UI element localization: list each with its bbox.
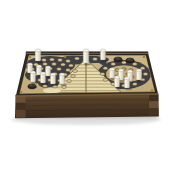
board-hole xyxy=(57,68,62,71)
board-hole xyxy=(100,73,105,76)
board-hole xyxy=(143,73,148,76)
brass-pin xyxy=(64,56,66,58)
brass-pin xyxy=(29,56,31,58)
board-hole xyxy=(66,69,71,72)
board-hole xyxy=(111,63,116,66)
finger-joints-left xyxy=(16,96,26,118)
inlay-oval xyxy=(43,87,62,93)
board-hole xyxy=(58,59,63,62)
game-board-photo xyxy=(0,0,172,172)
board-hole xyxy=(67,80,72,83)
board-hole xyxy=(132,63,137,66)
board-hole xyxy=(50,58,55,61)
board-hole xyxy=(61,63,66,66)
board-hole xyxy=(103,78,108,81)
board-hole xyxy=(73,70,78,73)
board-hole xyxy=(122,61,127,64)
board-hole xyxy=(93,58,98,61)
board-hole xyxy=(52,63,57,66)
board-hole xyxy=(43,63,48,66)
finger-joints-right xyxy=(149,94,159,116)
product-photo xyxy=(0,0,172,172)
board-hole xyxy=(75,57,80,60)
board-hole xyxy=(66,60,71,63)
board-hole xyxy=(71,75,76,78)
brass-pin xyxy=(151,89,153,91)
board-hole xyxy=(103,67,108,70)
brass-pin xyxy=(143,56,145,58)
board-hole xyxy=(69,64,74,67)
board-hole xyxy=(42,59,47,62)
